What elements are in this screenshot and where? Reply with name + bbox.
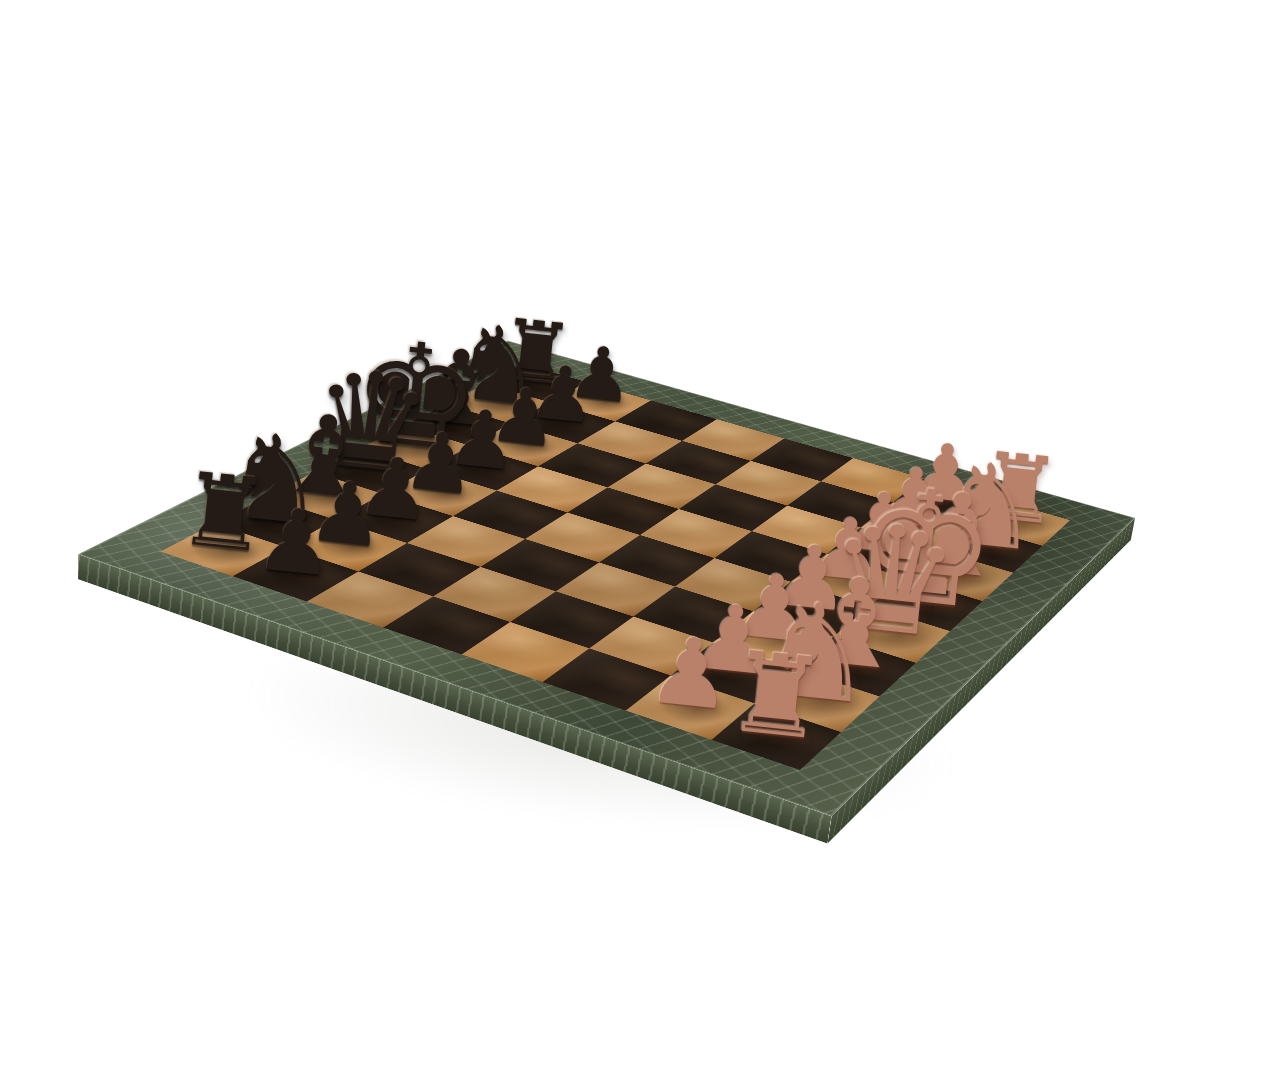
marble-chess-set-photo: ♜♟♞♟♝♟♟♚♜♟♟♛♞♟♟♝♝♟♟♞♚♟♟♜♛♟♟♝♟♞♟♜ <box>0 0 1280 1067</box>
rook-glyph: ♜ <box>721 635 832 756</box>
pawn-glyph: ♟ <box>253 495 340 590</box>
pieces-layer: ♜♟♞♟♝♟♟♚♜♟♟♛♞♟♟♝♝♟♟♞♚♟♟♜♛♟♟♝♟♞♟♜ <box>0 0 1280 1067</box>
pawn-glyph: ♟ <box>644 622 737 724</box>
